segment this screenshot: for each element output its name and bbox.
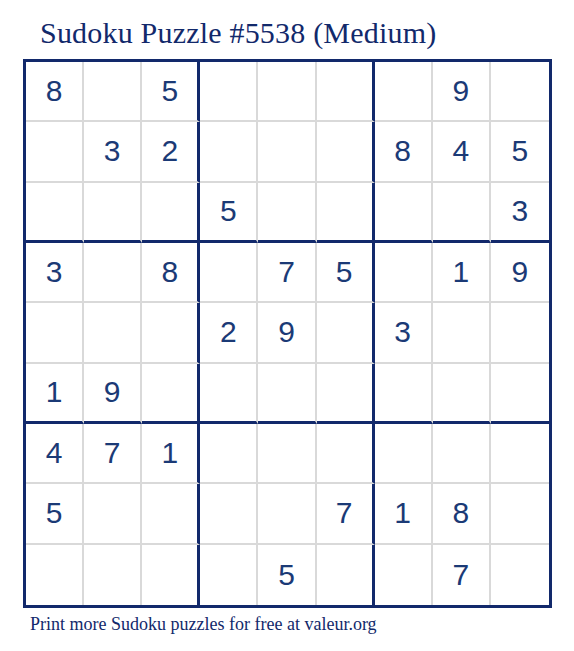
cell-r3c4: 5 [200, 183, 258, 243]
cell-r2c8: 4 [433, 122, 491, 182]
cell-r2c7: 8 [375, 122, 433, 182]
cell-r3c1 [26, 183, 84, 243]
cell-r4c5: 7 [258, 243, 316, 303]
cell-r5c1 [26, 303, 84, 363]
cell-r4c4 [200, 243, 258, 303]
cell-r9c5: 5 [258, 545, 316, 605]
cell-r2c4 [200, 122, 258, 182]
cell-r8c6: 7 [317, 484, 375, 544]
cell-r8c1: 5 [26, 484, 84, 544]
cell-r5c3 [142, 303, 200, 363]
cell-r9c7 [375, 545, 433, 605]
cell-r2c1 [26, 122, 84, 182]
cell-r7c3: 1 [142, 424, 200, 484]
cell-r2c6 [317, 122, 375, 182]
cell-r4c7 [375, 243, 433, 303]
cell-r9c8: 7 [433, 545, 491, 605]
cell-r6c4 [200, 364, 258, 424]
cell-r8c7: 1 [375, 484, 433, 544]
cell-r5c9 [491, 303, 549, 363]
cell-r1c5 [258, 62, 316, 122]
page-title: Sudoku Puzzle #5538 (Medium) [40, 16, 436, 50]
cell-r1c7 [375, 62, 433, 122]
cell-r1c6 [317, 62, 375, 122]
cell-r2c5 [258, 122, 316, 182]
cell-r8c2 [84, 484, 142, 544]
cell-r7c2: 7 [84, 424, 142, 484]
cell-r6c5 [258, 364, 316, 424]
cell-r7c1: 4 [26, 424, 84, 484]
cell-r4c1: 3 [26, 243, 84, 303]
cell-r7c9 [491, 424, 549, 484]
cell-r3c6 [317, 183, 375, 243]
cell-r7c7 [375, 424, 433, 484]
cell-r1c4 [200, 62, 258, 122]
cell-r6c7 [375, 364, 433, 424]
cell-r2c2: 3 [84, 122, 142, 182]
cell-r8c4 [200, 484, 258, 544]
cell-r6c2: 9 [84, 364, 142, 424]
cell-r9c3 [142, 545, 200, 605]
cell-r5c2 [84, 303, 142, 363]
cell-r3c3 [142, 183, 200, 243]
cell-r3c9: 3 [491, 183, 549, 243]
cell-r3c8 [433, 183, 491, 243]
cell-r7c8 [433, 424, 491, 484]
footer-text: Print more Sudoku puzzles for free at va… [30, 614, 377, 635]
cell-r5c7: 3 [375, 303, 433, 363]
cell-r6c9 [491, 364, 549, 424]
cell-r5c6 [317, 303, 375, 363]
cell-r3c7 [375, 183, 433, 243]
cell-r7c4 [200, 424, 258, 484]
cell-r8c5 [258, 484, 316, 544]
cell-r6c3 [142, 364, 200, 424]
cell-r9c6 [317, 545, 375, 605]
cell-r2c3: 2 [142, 122, 200, 182]
cell-r4c9: 9 [491, 243, 549, 303]
cell-r7c5 [258, 424, 316, 484]
cell-r7c6 [317, 424, 375, 484]
cell-r1c3: 5 [142, 62, 200, 122]
cell-r5c5: 9 [258, 303, 316, 363]
cell-r9c1 [26, 545, 84, 605]
cell-r2c9: 5 [491, 122, 549, 182]
cell-r9c2 [84, 545, 142, 605]
cell-r1c9 [491, 62, 549, 122]
cell-r8c8: 8 [433, 484, 491, 544]
cell-r6c8 [433, 364, 491, 424]
cell-r4c3: 8 [142, 243, 200, 303]
cell-r1c1: 8 [26, 62, 84, 122]
cell-r1c2 [84, 62, 142, 122]
cell-r8c3 [142, 484, 200, 544]
cell-r5c4: 2 [200, 303, 258, 363]
cell-r1c8: 9 [433, 62, 491, 122]
cell-r9c9 [491, 545, 549, 605]
cell-r4c8: 1 [433, 243, 491, 303]
cell-r3c5 [258, 183, 316, 243]
cell-r3c2 [84, 183, 142, 243]
sudoku-board: 859328455338751929319471571857 [23, 59, 552, 608]
cell-r5c8 [433, 303, 491, 363]
cell-r4c6: 5 [317, 243, 375, 303]
cell-r9c4 [200, 545, 258, 605]
cell-r6c1: 1 [26, 364, 84, 424]
cell-r6c6 [317, 364, 375, 424]
cell-r4c2 [84, 243, 142, 303]
cell-r8c9 [491, 484, 549, 544]
